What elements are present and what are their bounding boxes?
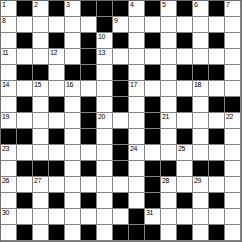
clue-number-29: 29 — [194, 177, 201, 185]
clue-number-27: 27 — [34, 177, 41, 185]
cell-r6c9[interactable]: 17 — [129, 81, 145, 97]
cell-r3c5[interactable] — [65, 33, 81, 49]
cell-r5c9[interactable] — [129, 65, 145, 81]
blocked-cell-r1c10 — [145, 1, 161, 17]
blocked-cell-r11c11 — [161, 161, 177, 177]
cell-r12c4[interactable] — [49, 177, 65, 193]
cell-r9c7[interactable] — [97, 129, 113, 145]
cell-r10c13[interactable] — [193, 145, 209, 161]
cell-r10c3[interactable] — [33, 145, 49, 161]
cell-r7c11[interactable] — [161, 97, 177, 113]
blocked-cell-r15c4 — [49, 225, 65, 241]
cell-r14c5[interactable] — [65, 209, 81, 225]
blocked-cell-r1c14 — [209, 1, 225, 17]
cell-r10c7[interactable] — [97, 145, 113, 161]
cell-r4c5[interactable] — [65, 49, 81, 65]
cell-r2c6[interactable] — [81, 17, 97, 33]
cell-r14c1[interactable]: 30 — [1, 209, 17, 225]
cell-r2c12[interactable] — [177, 17, 193, 33]
cell-r10c10[interactable] — [145, 145, 161, 161]
blocked-cell-r11c3 — [33, 161, 49, 177]
cell-r7c7[interactable] — [97, 97, 113, 113]
cell-r3c9[interactable] — [129, 33, 145, 49]
clue-number-13: 13 — [98, 49, 105, 57]
clue-number-9: 9 — [114, 17, 117, 25]
cell-r2c8[interactable]: 9 — [113, 17, 129, 33]
cell-r4c8[interactable] — [113, 49, 129, 65]
cell-r10c6[interactable] — [81, 145, 97, 161]
cell-r15c1[interactable] — [1, 225, 17, 241]
cell-r4c4[interactable]: 12 — [49, 49, 65, 65]
cell-r12c14[interactable] — [209, 177, 225, 193]
cell-r12c15[interactable] — [225, 177, 241, 193]
cell-r3c11[interactable] — [161, 33, 177, 49]
cell-r15c5[interactable] — [65, 225, 81, 241]
cell-r14c4[interactable] — [49, 209, 65, 225]
cell-r12c3[interactable]: 27 — [33, 177, 49, 193]
cell-r11c15[interactable] — [225, 161, 241, 177]
cell-r12c2[interactable] — [17, 177, 33, 193]
cell-r6c13[interactable]: 18 — [193, 81, 209, 97]
blocked-cell-r5c10 — [145, 65, 161, 81]
blocked-cell-r1c7 — [97, 1, 113, 17]
cell-r10c15[interactable] — [225, 145, 241, 161]
clue-number-15: 15 — [34, 81, 41, 89]
clue-number-14: 14 — [2, 81, 9, 89]
blocked-cell-r5c13 — [193, 65, 209, 81]
blocked-cell-r13c12 — [177, 193, 193, 209]
blocked-cell-r12c10 — [145, 177, 161, 193]
blocked-cell-r15c9 — [129, 225, 145, 241]
blocked-cell-r9c8 — [113, 129, 129, 145]
blocked-cell-r7c4 — [49, 97, 65, 113]
cell-r7c1[interactable] — [1, 97, 17, 113]
cell-r6c10[interactable] — [145, 81, 161, 97]
cell-r4c13[interactable] — [193, 49, 209, 65]
cell-r6c6[interactable] — [81, 81, 97, 97]
clue-number-7: 7 — [226, 1, 229, 9]
blocked-cell-r3c6 — [81, 33, 97, 49]
cell-r12c9[interactable] — [129, 177, 145, 193]
cell-r11c5[interactable] — [65, 161, 81, 177]
clue-number-1: 1 — [2, 1, 5, 9]
cell-r14c15[interactable] — [225, 209, 241, 225]
cell-r4c14[interactable] — [209, 49, 225, 65]
clue-number-12: 12 — [50, 49, 57, 57]
cell-r8c4[interactable] — [49, 113, 65, 129]
cell-r2c2[interactable] — [17, 17, 33, 33]
cell-r11c9[interactable] — [129, 161, 145, 177]
blocked-cell-r14c9 — [129, 209, 145, 225]
clue-number-3: 3 — [66, 1, 69, 9]
cell-r13c3[interactable] — [33, 193, 49, 209]
cell-r14c2[interactable] — [17, 209, 33, 225]
blocked-cell-r5c3 — [33, 65, 49, 81]
cell-r13c1[interactable] — [1, 193, 17, 209]
cell-r12c12[interactable] — [177, 177, 193, 193]
blocked-cell-r7c6 — [81, 97, 97, 113]
cell-r6c4[interactable] — [49, 81, 65, 97]
cell-r14c8[interactable] — [113, 209, 129, 225]
cell-r13c11[interactable] — [161, 193, 177, 209]
blocked-cell-r13c4 — [49, 193, 65, 209]
clue-number-8: 8 — [2, 17, 5, 25]
cell-r2c10[interactable] — [145, 17, 161, 33]
cell-r8c15[interactable]: 22 — [225, 113, 241, 129]
cell-r3c15[interactable] — [225, 33, 241, 49]
cell-r7c5[interactable] — [65, 97, 81, 113]
blocked-cell-r9c12 — [177, 129, 193, 145]
clue-number-21: 21 — [162, 113, 169, 121]
blocked-cell-r1c8 — [113, 1, 129, 17]
cell-r8c13[interactable] — [193, 113, 209, 129]
cell-r2c11[interactable] — [161, 17, 177, 33]
clue-number-25: 25 — [178, 145, 185, 153]
cell-r6c7[interactable] — [97, 81, 113, 97]
blocked-cell-r5c14 — [209, 65, 225, 81]
crossword-board: 1234567891011121314151617181920212223242… — [0, 0, 242, 242]
cell-r10c4[interactable] — [49, 145, 65, 161]
clue-number-31: 31 — [146, 209, 153, 217]
blocked-cell-r11c8 — [113, 161, 129, 177]
cell-r10c12[interactable]: 25 — [177, 145, 193, 161]
cell-r2c4[interactable] — [49, 17, 65, 33]
clue-number-24: 24 — [130, 145, 137, 153]
cell-r4c11[interactable] — [161, 49, 177, 65]
blocked-cell-r8c10 — [145, 113, 161, 129]
cell-r9c13[interactable] — [193, 129, 209, 145]
blocked-cell-r8c6 — [81, 113, 97, 129]
cell-r1c15[interactable]: 7 — [225, 1, 241, 17]
cell-r14c14[interactable] — [209, 209, 225, 225]
cell-r2c9[interactable] — [129, 17, 145, 33]
blocked-cell-r7c8 — [113, 97, 129, 113]
cell-r15c7[interactable] — [97, 225, 113, 241]
cell-r4c10[interactable] — [145, 49, 161, 65]
cell-r5c15[interactable] — [225, 65, 241, 81]
cell-r4c7[interactable]: 13 — [97, 49, 113, 65]
blocked-cell-r5c6 — [81, 65, 97, 81]
blocked-cell-r3c10 — [145, 33, 161, 49]
blocked-cell-r15c14 — [209, 225, 225, 241]
clue-number-11: 11 — [2, 49, 8, 57]
cell-r8c1[interactable]: 19 — [1, 113, 17, 129]
cell-r1c13[interactable]: 6 — [193, 1, 209, 17]
cell-r8c12[interactable] — [177, 113, 193, 129]
cell-r10c5[interactable] — [65, 145, 81, 161]
blocked-cell-r11c14 — [209, 161, 225, 177]
blocked-cell-r11c10 — [145, 161, 161, 177]
cell-r12c8[interactable] — [113, 177, 129, 193]
cell-r6c2[interactable] — [17, 81, 33, 97]
cell-r14c11[interactable] — [161, 209, 177, 225]
cell-r8c5[interactable] — [65, 113, 81, 129]
cell-r10c1[interactable]: 23 — [1, 145, 17, 161]
cell-r2c15[interactable] — [225, 17, 241, 33]
cell-r2c5[interactable] — [65, 17, 81, 33]
cell-r4c2[interactable] — [17, 49, 33, 65]
clue-number-28: 28 — [162, 177, 169, 185]
blocked-cell-r11c6 — [81, 161, 97, 177]
cell-r14c13[interactable] — [193, 209, 209, 225]
cell-r11c1[interactable] — [1, 161, 17, 177]
cell-r7c13[interactable] — [193, 97, 209, 113]
cell-r11c12[interactable] — [177, 161, 193, 177]
blocked-cell-r9c14 — [209, 129, 225, 145]
cell-r4c12[interactable] — [177, 49, 193, 65]
blocked-cell-r13c6 — [81, 193, 97, 209]
blocked-cell-r3c8 — [113, 33, 129, 49]
cell-r14c10[interactable]: 31 — [145, 209, 161, 225]
cell-r1c11[interactable]: 5 — [161, 1, 177, 17]
blocked-cell-r1c12 — [177, 1, 193, 17]
cell-r8c9[interactable] — [129, 113, 145, 129]
cell-r9c15[interactable] — [225, 129, 241, 145]
cell-r15c3[interactable] — [33, 225, 49, 241]
clue-number-6: 6 — [194, 1, 197, 9]
cell-r15c15[interactable] — [225, 225, 241, 241]
cell-r5c11[interactable] — [161, 65, 177, 81]
cell-r2c14[interactable] — [209, 17, 225, 33]
blocked-cell-r5c12 — [177, 65, 193, 81]
blocked-cell-r7c12 — [177, 97, 193, 113]
blocked-cell-r2c7 — [97, 17, 113, 33]
blocked-cell-r9c4 — [49, 129, 65, 145]
blocked-cell-r15c2 — [17, 225, 33, 241]
cell-r6c5[interactable]: 16 — [65, 81, 81, 97]
blocked-cell-r15c10 — [145, 225, 161, 241]
cell-r1c5[interactable]: 3 — [65, 1, 81, 17]
blocked-cell-r7c2 — [17, 97, 33, 113]
cell-r3c13[interactable] — [193, 33, 209, 49]
blocked-cell-r4c6 — [81, 49, 97, 65]
cell-r1c3[interactable]: 2 — [33, 1, 49, 17]
blocked-cell-r7c10 — [145, 97, 161, 113]
blocked-cell-r15c6 — [81, 225, 97, 241]
blocked-cell-r9c10 — [145, 129, 161, 145]
cell-r5c4[interactable] — [49, 65, 65, 81]
blocked-cell-r11c2 — [17, 161, 33, 177]
cell-r10c11[interactable] — [161, 145, 177, 161]
cell-r13c5[interactable] — [65, 193, 81, 209]
cell-r13c15[interactable] — [225, 193, 241, 209]
blocked-cell-r11c4 — [49, 161, 65, 177]
cell-r7c3[interactable] — [33, 97, 49, 113]
cell-r1c1[interactable]: 1 — [1, 1, 17, 17]
clue-number-18: 18 — [194, 81, 201, 89]
blocked-cell-r11c13 — [193, 161, 209, 177]
cell-r12c5[interactable] — [65, 177, 81, 193]
blocked-cell-r13c8 — [113, 193, 129, 209]
cell-r5c1[interactable] — [1, 65, 17, 81]
cell-r2c3[interactable] — [33, 17, 49, 33]
cell-r13c13[interactable] — [193, 193, 209, 209]
cell-r9c5[interactable] — [65, 129, 81, 145]
blocked-cell-r15c8 — [113, 225, 129, 241]
cell-r12c13[interactable]: 29 — [193, 177, 209, 193]
blocked-cell-r15c12 — [177, 225, 193, 241]
cell-r8c2[interactable] — [17, 113, 33, 129]
blocked-cell-r13c10 — [145, 193, 161, 209]
cell-r6c1[interactable]: 14 — [1, 81, 17, 97]
blocked-cell-r3c4 — [49, 33, 65, 49]
blocked-cell-r13c14 — [209, 193, 225, 209]
cell-r11c7[interactable] — [97, 161, 113, 177]
cell-r14c3[interactable] — [33, 209, 49, 225]
clue-number-20: 20 — [98, 113, 105, 121]
blocked-cell-r7c15 — [225, 97, 241, 113]
cell-r4c15[interactable] — [225, 49, 241, 65]
cell-r12c6[interactable] — [81, 177, 97, 193]
cell-r10c2[interactable] — [17, 145, 33, 161]
cell-r9c9[interactable] — [129, 129, 145, 145]
clue-number-17: 17 — [130, 81, 137, 89]
cell-r8c3[interactable] — [33, 113, 49, 129]
cell-r3c1[interactable] — [1, 33, 17, 49]
cell-r15c11[interactable] — [161, 225, 177, 241]
cell-r6c11[interactable] — [161, 81, 177, 97]
cell-r2c13[interactable] — [193, 17, 209, 33]
clue-number-22: 22 — [226, 113, 233, 121]
cell-r4c1[interactable]: 11 — [1, 49, 17, 65]
cell-r14c6[interactable] — [81, 209, 97, 225]
cell-r12c7[interactable] — [97, 177, 113, 193]
clue-number-16: 16 — [66, 81, 73, 89]
blocked-cell-r3c12 — [177, 33, 193, 49]
blocked-cell-r6c8 — [113, 81, 129, 97]
clue-number-2: 2 — [34, 1, 37, 9]
cell-r4c9[interactable] — [129, 49, 145, 65]
cell-r5c7[interactable] — [97, 65, 113, 81]
blocked-cell-r1c6 — [81, 1, 97, 17]
blocked-cell-r3c2 — [17, 33, 33, 49]
blocked-cell-r9c1 — [1, 129, 17, 145]
cell-r9c3[interactable] — [33, 129, 49, 145]
blocked-cell-r5c2 — [17, 65, 33, 81]
cell-r7c9[interactable] — [129, 97, 145, 113]
cell-r2c1[interactable]: 8 — [1, 17, 17, 33]
cell-r14c12[interactable] — [177, 209, 193, 225]
clue-number-19: 19 — [2, 113, 9, 121]
blocked-cell-r7c14 — [209, 97, 225, 113]
blocked-cell-r5c8 — [113, 65, 129, 81]
cell-r10c9[interactable]: 24 — [129, 145, 145, 161]
clue-number-5: 5 — [162, 1, 165, 9]
cell-r15c13[interactable] — [193, 225, 209, 241]
cell-r14c7[interactable] — [97, 209, 113, 225]
clue-number-23: 23 — [2, 145, 9, 153]
cell-r6c3[interactable]: 15 — [33, 81, 49, 97]
cell-r13c7[interactable] — [97, 193, 113, 209]
clue-number-10: 10 — [98, 33, 105, 41]
cell-r3c7[interactable]: 10 — [97, 33, 113, 49]
blocked-cell-r5c5 — [65, 65, 81, 81]
cell-r1c9[interactable]: 4 — [129, 1, 145, 17]
cell-r8c7[interactable]: 20 — [97, 113, 113, 129]
cell-r10c14[interactable] — [209, 145, 225, 161]
clue-number-30: 30 — [2, 209, 9, 217]
cell-r8c8[interactable] — [113, 113, 129, 129]
clue-number-4: 4 — [130, 1, 133, 9]
cell-r12c11[interactable]: 28 — [161, 177, 177, 193]
clue-number-26: 26 — [2, 177, 9, 185]
cell-r8c14[interactable] — [209, 113, 225, 129]
cell-r12c1[interactable]: 26 — [1, 177, 17, 193]
cell-r9c11[interactable] — [161, 129, 177, 145]
blocked-cell-r9c2 — [17, 129, 33, 145]
blocked-cell-r1c2 — [17, 1, 33, 17]
cell-r3c3[interactable] — [33, 33, 49, 49]
blocked-cell-r1c4 — [49, 1, 65, 17]
blocked-cell-r9c6 — [81, 129, 97, 145]
blocked-cell-r13c2 — [17, 193, 33, 209]
blocked-cell-r3c14 — [209, 33, 225, 49]
cell-r8c11[interactable]: 21 — [161, 113, 177, 129]
cell-r13c9[interactable] — [129, 193, 145, 209]
cell-r6c15[interactable] — [225, 81, 241, 97]
cell-r4c3[interactable] — [33, 49, 49, 65]
cell-r6c14[interactable] — [209, 81, 225, 97]
cell-r6c12[interactable] — [177, 81, 193, 97]
blocked-cell-r10c8 — [113, 145, 129, 161]
